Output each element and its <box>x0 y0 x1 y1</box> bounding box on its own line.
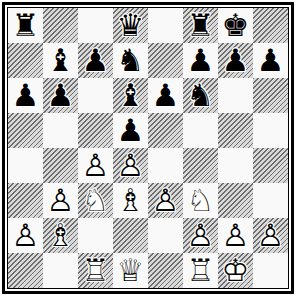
square-d3[interactable]: ♝♗ <box>113 183 148 218</box>
square-d8[interactable]: ♛ <box>113 8 148 43</box>
piece-glyph-outline: ♖ <box>78 253 113 288</box>
piece-glyph-outline: ♕ <box>113 253 148 288</box>
square-e2[interactable] <box>148 218 183 253</box>
square-a7[interactable] <box>8 43 43 78</box>
black-pawn[interactable]: ♟ <box>253 43 288 78</box>
square-e4[interactable] <box>148 148 183 183</box>
square-a4[interactable] <box>8 148 43 183</box>
square-b8[interactable] <box>43 8 78 43</box>
square-b7[interactable]: ♝ <box>43 43 78 78</box>
square-b1[interactable] <box>43 253 78 288</box>
square-c8[interactable] <box>78 8 113 43</box>
black-pawn[interactable]: ♟ <box>43 78 78 113</box>
chess-board: ♜♛♜♚♝♟♞♟♟♟♟♟♝♟♞♟♟♙♟♙♟♙♞♘♝♗♟♙♞♘♟♙♝♗♟♙♟♙♟♙… <box>8 8 288 288</box>
square-g6[interactable] <box>218 78 253 113</box>
black-bishop[interactable]: ♝ <box>43 43 78 78</box>
square-e3[interactable]: ♟♙ <box>148 183 183 218</box>
square-b5[interactable] <box>43 113 78 148</box>
piece-glyph-outline: ♙ <box>43 183 78 218</box>
black-pawn[interactable]: ♟ <box>183 43 218 78</box>
square-f7[interactable]: ♟ <box>183 43 218 78</box>
white-pawn[interactable]: ♟♙ <box>113 148 148 183</box>
white-pawn[interactable]: ♟♙ <box>218 218 253 253</box>
square-b4[interactable] <box>43 148 78 183</box>
black-pawn[interactable]: ♟ <box>218 43 253 78</box>
white-bishop[interactable]: ♝♗ <box>113 183 148 218</box>
square-f2[interactable]: ♟♙ <box>183 218 218 253</box>
piece-glyph-outline: ♔ <box>218 253 253 288</box>
white-rook[interactable]: ♜♖ <box>183 253 218 288</box>
piece-glyph-outline: ♗ <box>43 218 78 253</box>
piece-glyph-outline: ♙ <box>253 218 288 253</box>
square-h8[interactable] <box>253 8 288 43</box>
square-c7[interactable]: ♟ <box>78 43 113 78</box>
white-bishop[interactable]: ♝♗ <box>43 218 78 253</box>
square-c3[interactable]: ♞♘ <box>78 183 113 218</box>
square-e6[interactable]: ♟ <box>148 78 183 113</box>
black-pawn[interactable]: ♟ <box>78 43 113 78</box>
square-g3[interactable] <box>218 183 253 218</box>
square-c5[interactable] <box>78 113 113 148</box>
square-d5[interactable]: ♟ <box>113 113 148 148</box>
square-c4[interactable]: ♟♙ <box>78 148 113 183</box>
board-border: ♜♛♜♚♝♟♞♟♟♟♟♟♝♟♞♟♟♙♟♙♟♙♞♘♝♗♟♙♞♘♟♙♝♗♟♙♟♙♟♙… <box>7 7 289 289</box>
square-d1[interactable]: ♛♕ <box>113 253 148 288</box>
board-margin: ♜♛♜♚♝♟♞♟♟♟♟♟♝♟♞♟♟♙♟♙♟♙♞♘♝♗♟♙♞♘♟♙♝♗♟♙♟♙♟♙… <box>0 0 296 296</box>
square-a6[interactable]: ♟ <box>8 78 43 113</box>
square-h2[interactable]: ♟♙ <box>253 218 288 253</box>
square-h4[interactable] <box>253 148 288 183</box>
white-pawn[interactable]: ♟♙ <box>43 183 78 218</box>
piece-glyph-outline: ♘ <box>183 183 218 218</box>
black-knight[interactable]: ♞ <box>183 78 218 113</box>
black-rook[interactable]: ♜ <box>183 8 218 43</box>
square-c6[interactable] <box>78 78 113 113</box>
square-a2[interactable]: ♟♙ <box>8 218 43 253</box>
piece-glyph-outline: ♙ <box>113 148 148 183</box>
black-pawn[interactable]: ♟ <box>148 78 183 113</box>
square-f1[interactable]: ♜♖ <box>183 253 218 288</box>
square-b3[interactable]: ♟♙ <box>43 183 78 218</box>
piece-glyph-outline: ♙ <box>183 218 218 253</box>
square-h6[interactable] <box>253 78 288 113</box>
square-f3[interactable]: ♞♘ <box>183 183 218 218</box>
white-pawn[interactable]: ♟♙ <box>148 183 183 218</box>
white-pawn[interactable]: ♟♙ <box>253 218 288 253</box>
black-bishop[interactable]: ♝ <box>113 78 148 113</box>
piece-glyph-outline: ♙ <box>148 183 183 218</box>
square-f5[interactable] <box>183 113 218 148</box>
square-a1[interactable] <box>8 253 43 288</box>
square-h1[interactable] <box>253 253 288 288</box>
piece-glyph-outline: ♘ <box>78 183 113 218</box>
black-knight[interactable]: ♞ <box>113 43 148 78</box>
square-e1[interactable] <box>148 253 183 288</box>
square-f4[interactable] <box>183 148 218 183</box>
square-e5[interactable] <box>148 113 183 148</box>
black-pawn[interactable]: ♟ <box>113 113 148 148</box>
square-e8[interactable] <box>148 8 183 43</box>
black-rook[interactable]: ♜ <box>8 8 43 43</box>
square-f8[interactable]: ♜ <box>183 8 218 43</box>
square-d6[interactable]: ♝ <box>113 78 148 113</box>
square-a3[interactable] <box>8 183 43 218</box>
white-pawn[interactable]: ♟♙ <box>8 218 43 253</box>
square-c2[interactable] <box>78 218 113 253</box>
black-pawn[interactable]: ♟ <box>8 78 43 113</box>
white-queen[interactable]: ♛♕ <box>113 253 148 288</box>
square-e7[interactable] <box>148 43 183 78</box>
piece-glyph-outline: ♖ <box>183 253 218 288</box>
white-pawn[interactable]: ♟♙ <box>78 148 113 183</box>
square-d2[interactable] <box>113 218 148 253</box>
square-a8[interactable]: ♜ <box>8 8 43 43</box>
white-pawn[interactable]: ♟♙ <box>183 218 218 253</box>
square-h3[interactable] <box>253 183 288 218</box>
board-frame: ♜♛♜♚♝♟♞♟♟♟♟♟♝♟♞♟♟♙♟♙♟♙♞♘♝♗♟♙♞♘♟♙♝♗♟♙♟♙♟♙… <box>2 2 294 294</box>
square-h7[interactable]: ♟ <box>253 43 288 78</box>
square-c1[interactable]: ♜♖ <box>78 253 113 288</box>
square-g4[interactable] <box>218 148 253 183</box>
square-g1[interactable]: ♚♔ <box>218 253 253 288</box>
piece-glyph-outline: ♙ <box>218 218 253 253</box>
black-king[interactable]: ♚ <box>218 8 253 43</box>
piece-glyph-outline: ♙ <box>8 218 43 253</box>
white-king[interactable]: ♚♔ <box>218 253 253 288</box>
square-d7[interactable]: ♞ <box>113 43 148 78</box>
square-b6[interactable]: ♟ <box>43 78 78 113</box>
white-rook[interactable]: ♜♖ <box>78 253 113 288</box>
piece-glyph-outline: ♗ <box>113 183 148 218</box>
square-h5[interactable] <box>253 113 288 148</box>
black-queen[interactable]: ♛ <box>113 8 148 43</box>
square-g7[interactable]: ♟ <box>218 43 253 78</box>
square-g2[interactable]: ♟♙ <box>218 218 253 253</box>
square-g8[interactable]: ♚ <box>218 8 253 43</box>
square-f6[interactable]: ♞ <box>183 78 218 113</box>
white-knight[interactable]: ♞♘ <box>78 183 113 218</box>
square-b2[interactable]: ♝♗ <box>43 218 78 253</box>
square-d4[interactable]: ♟♙ <box>113 148 148 183</box>
white-knight[interactable]: ♞♘ <box>183 183 218 218</box>
piece-glyph-outline: ♙ <box>78 148 113 183</box>
square-g5[interactable] <box>218 113 253 148</box>
square-a5[interactable] <box>8 113 43 148</box>
